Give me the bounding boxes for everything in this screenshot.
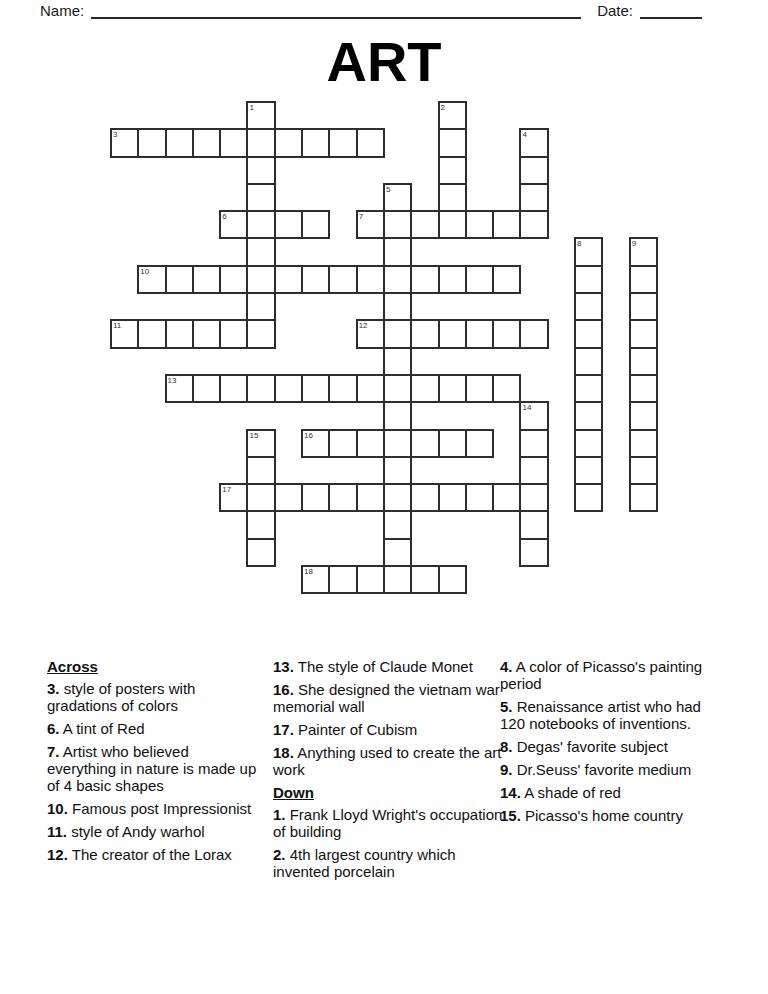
clue-number-label: 10. bbox=[47, 800, 68, 817]
crossword-cell[interactable] bbox=[384, 266, 411, 293]
clue-number: 1 bbox=[249, 103, 253, 112]
crossword-cell[interactable] bbox=[247, 157, 274, 184]
crossword-cell[interactable] bbox=[466, 375, 493, 402]
clue-number: 2 bbox=[441, 103, 445, 112]
crossword-cell[interactable] bbox=[275, 129, 302, 156]
crossword-cell[interactable] bbox=[439, 184, 466, 211]
crossword-cell[interactable] bbox=[166, 320, 193, 347]
crossword-cell[interactable] bbox=[466, 266, 493, 293]
clue-column-3: 4. A color of Picasso's painting period5… bbox=[500, 658, 720, 830]
clue-number-label: 14. bbox=[500, 784, 521, 801]
name-label: Name: bbox=[40, 3, 91, 19]
clue: 18. Anything used to create the art work bbox=[273, 744, 503, 778]
crossword-cell[interactable] bbox=[439, 320, 466, 347]
crossword-cell[interactable] bbox=[439, 129, 466, 156]
crossword-cell[interactable] bbox=[275, 266, 302, 293]
crossword-cell[interactable] bbox=[493, 375, 520, 402]
crossword-cell[interactable] bbox=[329, 129, 356, 156]
crossword-cell[interactable] bbox=[384, 484, 411, 511]
name-date-bar: Name: Date: bbox=[40, 1, 702, 19]
crossword-cell[interactable] bbox=[493, 211, 520, 238]
crossword-cell[interactable] bbox=[439, 375, 466, 402]
worksheet-page: Name: Date: ART 123456789101112131415161… bbox=[0, 0, 768, 994]
crossword-cell[interactable] bbox=[357, 129, 384, 156]
crossword-cell[interactable] bbox=[166, 129, 193, 156]
clue-column-2: 13. The style of Claude Monet16. She des… bbox=[273, 658, 503, 886]
crossword-cell[interactable]: 17 bbox=[220, 484, 247, 511]
crossword-cell[interactable]: 1 bbox=[247, 102, 274, 129]
crossword-cell[interactable] bbox=[520, 320, 547, 347]
clue: 2. 4th largest country which invented po… bbox=[273, 846, 503, 880]
crossword-cell[interactable]: 6 bbox=[220, 211, 247, 238]
crossword-cell[interactable] bbox=[630, 457, 657, 484]
clue-number-label: 2. bbox=[273, 846, 286, 863]
clue: 8. Degas' favorite subject bbox=[500, 738, 720, 755]
clue: 14. A shade of red bbox=[500, 784, 720, 801]
crossword-cell[interactable]: 16 bbox=[302, 430, 329, 457]
crossword-cell[interactable] bbox=[575, 430, 602, 457]
crossword-cell[interactable] bbox=[466, 484, 493, 511]
clue-number: 15 bbox=[249, 431, 258, 440]
crossword-cell[interactable] bbox=[357, 375, 384, 402]
crossword-cell[interactable]: 15 bbox=[247, 430, 274, 457]
crossword-cell[interactable] bbox=[439, 157, 466, 184]
clue-number: 17 bbox=[222, 485, 231, 494]
crossword-cell[interactable] bbox=[329, 430, 356, 457]
crossword-cell[interactable] bbox=[384, 511, 411, 538]
crossword-cell[interactable] bbox=[384, 211, 411, 238]
clue-number: 9 bbox=[632, 239, 636, 248]
crossword-cell[interactable] bbox=[247, 375, 274, 402]
crossword-cell[interactable] bbox=[302, 129, 329, 156]
crossword-cell[interactable] bbox=[247, 184, 274, 211]
clue-number: 6 bbox=[222, 212, 226, 221]
clue-number: 5 bbox=[386, 185, 390, 194]
crossword-cell[interactable] bbox=[302, 211, 329, 238]
crossword-cell[interactable] bbox=[329, 375, 356, 402]
crossword-cell[interactable] bbox=[575, 484, 602, 511]
crossword-cell[interactable]: 4 bbox=[520, 129, 547, 156]
crossword-cell[interactable] bbox=[493, 484, 520, 511]
crossword-cell[interactable] bbox=[630, 402, 657, 429]
crossword-cell[interactable] bbox=[575, 348, 602, 375]
crossword-cell[interactable] bbox=[166, 266, 193, 293]
crossword-cell[interactable] bbox=[520, 157, 547, 184]
crossword-cell[interactable]: 11 bbox=[111, 320, 138, 347]
clue-number: 16 bbox=[304, 431, 313, 440]
clue-number-label: 6. bbox=[47, 720, 60, 737]
clue-number-label: 1. bbox=[273, 806, 286, 823]
clue-number-label: 16. bbox=[273, 681, 294, 698]
crossword-cell[interactable] bbox=[575, 320, 602, 347]
clue-number-label: 17. bbox=[273, 721, 294, 738]
clue-number-label: 12. bbox=[47, 846, 68, 863]
page-title: ART bbox=[0, 33, 768, 91]
crossword-cell[interactable] bbox=[247, 320, 274, 347]
crossword-cell[interactable] bbox=[220, 375, 247, 402]
crossword-cell[interactable] bbox=[630, 266, 657, 293]
crossword-cell[interactable] bbox=[247, 266, 274, 293]
clue-number: 14 bbox=[522, 403, 531, 412]
crossword-cell[interactable] bbox=[520, 511, 547, 538]
name-input-line[interactable] bbox=[91, 4, 581, 19]
crossword-cell[interactable] bbox=[630, 348, 657, 375]
clue-number: 4 bbox=[522, 130, 526, 139]
crossword-cell[interactable] bbox=[411, 211, 438, 238]
crossword-cell[interactable] bbox=[630, 320, 657, 347]
clue-number-label: 13. bbox=[273, 658, 294, 675]
crossword-cell[interactable] bbox=[384, 457, 411, 484]
clue-number: 7 bbox=[359, 212, 363, 221]
clue-number-label: 11. bbox=[47, 823, 67, 840]
crossword-cell[interactable] bbox=[247, 511, 274, 538]
crossword-cell[interactable]: 10 bbox=[138, 266, 165, 293]
crossword-cell[interactable] bbox=[275, 211, 302, 238]
crossword-cell[interactable] bbox=[575, 375, 602, 402]
crossword-cell[interactable] bbox=[220, 266, 247, 293]
crossword-cell[interactable] bbox=[575, 457, 602, 484]
crossword-cell[interactable] bbox=[411, 430, 438, 457]
clue: 1. Frank Lloyd Wright's occupation of bu… bbox=[273, 806, 503, 840]
clue-number-label: 18. bbox=[273, 744, 294, 761]
crossword-cell[interactable] bbox=[193, 129, 220, 156]
crossword-cell[interactable] bbox=[384, 539, 411, 566]
crossword-cell[interactable] bbox=[329, 266, 356, 293]
clue-number-label: 8. bbox=[500, 738, 513, 755]
crossword-cell[interactable] bbox=[357, 266, 384, 293]
clue-number: 11 bbox=[113, 321, 121, 330]
clue: 5. Renaissance artist who had 120 notebo… bbox=[500, 698, 720, 732]
clue-number-label: 7. bbox=[47, 743, 60, 760]
crossword-cell[interactable] bbox=[220, 129, 247, 156]
crossword-cell[interactable] bbox=[575, 293, 602, 320]
crossword-cell[interactable] bbox=[247, 238, 274, 265]
crossword-cell[interactable] bbox=[520, 457, 547, 484]
clue: 13. The style of Claude Monet bbox=[273, 658, 503, 675]
crossword-cell[interactable] bbox=[439, 484, 466, 511]
crossword-cell[interactable] bbox=[384, 402, 411, 429]
crossword-cell[interactable] bbox=[520, 539, 547, 566]
crossword-cell[interactable] bbox=[193, 375, 220, 402]
crossword-cell[interactable] bbox=[247, 211, 274, 238]
crossword-cell[interactable] bbox=[384, 348, 411, 375]
crossword-cell[interactable] bbox=[247, 484, 274, 511]
crossword-cell[interactable] bbox=[220, 320, 247, 347]
crossword-cell[interactable] bbox=[384, 320, 411, 347]
crossword-cell[interactable] bbox=[466, 320, 493, 347]
crossword-cell[interactable]: 8 bbox=[575, 238, 602, 265]
clue: 4. A color of Picasso's painting period bbox=[500, 658, 720, 692]
crossword-cell[interactable] bbox=[439, 430, 466, 457]
clue-number: 10 bbox=[140, 267, 149, 276]
crossword-cell[interactable] bbox=[357, 566, 384, 593]
clue: 15. Picasso's home country bbox=[500, 807, 720, 824]
crossword-cell[interactable] bbox=[302, 375, 329, 402]
crossword-cell[interactable] bbox=[520, 484, 547, 511]
clue-number: 18 bbox=[304, 567, 313, 576]
clue: 7. Artist who believed everything in nat… bbox=[47, 743, 261, 794]
clue-number: 13 bbox=[168, 376, 177, 385]
crossword-cell[interactable] bbox=[329, 566, 356, 593]
clue: 9. Dr.Seuss' favorite medium bbox=[500, 761, 720, 778]
crossword-cell[interactable] bbox=[520, 184, 547, 211]
crossword-cell[interactable] bbox=[630, 430, 657, 457]
crossword-cell[interactable] bbox=[302, 484, 329, 511]
crossword-cell[interactable] bbox=[466, 211, 493, 238]
clue: 17. Painter of Cubism bbox=[273, 721, 503, 738]
crossword-cell[interactable] bbox=[329, 484, 356, 511]
crossword-cell[interactable] bbox=[247, 293, 274, 320]
crossword-cell[interactable] bbox=[520, 430, 547, 457]
date-input-line[interactable] bbox=[640, 4, 702, 19]
crossword-cell[interactable] bbox=[384, 293, 411, 320]
clue: 11. style of Andy warhol bbox=[47, 823, 261, 840]
clue-number-label: 5. bbox=[500, 698, 513, 715]
crossword-cell[interactable] bbox=[411, 320, 438, 347]
crossword-cell[interactable] bbox=[439, 566, 466, 593]
crossword-cell[interactable] bbox=[630, 484, 657, 511]
crossword-cell[interactable] bbox=[411, 566, 438, 593]
clue: 16. She designed the vietnam war memoria… bbox=[273, 681, 503, 715]
crossword-cell[interactable]: 13 bbox=[166, 375, 193, 402]
clue: 3. style of posters with gradations of c… bbox=[47, 680, 261, 714]
crossword-cell[interactable]: 3 bbox=[111, 129, 138, 156]
crossword-cell[interactable] bbox=[193, 266, 220, 293]
crossword-cell[interactable] bbox=[466, 430, 493, 457]
crossword-cell[interactable]: 7 bbox=[357, 211, 384, 238]
crossword-cell[interactable] bbox=[575, 402, 602, 429]
crossword-cell[interactable] bbox=[275, 484, 302, 511]
crossword-cell[interactable] bbox=[411, 375, 438, 402]
crossword-cell[interactable] bbox=[575, 266, 602, 293]
crossword-cell[interactable] bbox=[439, 211, 466, 238]
crossword-cell[interactable] bbox=[384, 430, 411, 457]
crossword-cell[interactable] bbox=[630, 293, 657, 320]
crossword-cell[interactable] bbox=[384, 375, 411, 402]
crossword-cell[interactable] bbox=[493, 266, 520, 293]
crossword-cell[interactable] bbox=[493, 320, 520, 347]
crossword-cell[interactable] bbox=[247, 457, 274, 484]
crossword-cell[interactable]: 2 bbox=[439, 102, 466, 129]
clue-number-label: 3. bbox=[47, 680, 60, 697]
crossword-cell[interactable] bbox=[138, 129, 165, 156]
crossword-cell[interactable] bbox=[384, 238, 411, 265]
clue-number-label: 9. bbox=[500, 761, 513, 778]
crossword-cell[interactable] bbox=[302, 266, 329, 293]
clue-section-header: Across bbox=[47, 658, 261, 675]
clue-number-label: 4. bbox=[500, 658, 513, 675]
crossword-cell[interactable] bbox=[384, 566, 411, 593]
crossword-cell[interactable] bbox=[247, 129, 274, 156]
clue: 6. A tint of Red bbox=[47, 720, 261, 737]
crossword-cell[interactable] bbox=[630, 375, 657, 402]
crossword-cell[interactable] bbox=[138, 320, 165, 347]
clue: 12. The creator of the Lorax bbox=[47, 846, 261, 863]
clue-section-header: Down bbox=[273, 784, 503, 801]
date-label: Date: bbox=[597, 3, 640, 19]
crossword-cell[interactable] bbox=[275, 375, 302, 402]
clue-number: 12 bbox=[359, 321, 368, 330]
crossword-cell[interactable] bbox=[439, 266, 466, 293]
crossword-cell[interactable] bbox=[193, 320, 220, 347]
clue-number: 8 bbox=[577, 239, 581, 248]
crossword-cell[interactable] bbox=[520, 211, 547, 238]
crossword-cell[interactable]: 5 bbox=[384, 184, 411, 211]
crossword-grid: 123456789101112131415161718 bbox=[111, 102, 657, 593]
crossword-cell[interactable]: 18 bbox=[302, 566, 329, 593]
crossword-cell[interactable] bbox=[411, 484, 438, 511]
clue-number: 3 bbox=[113, 130, 117, 139]
crossword-cell[interactable] bbox=[357, 484, 384, 511]
crossword-cell[interactable] bbox=[247, 539, 274, 566]
crossword-cell[interactable]: 9 bbox=[630, 238, 657, 265]
crossword-cell[interactable] bbox=[411, 266, 438, 293]
clue: 10. Famous post Impressionist bbox=[47, 800, 261, 817]
crossword-cell[interactable]: 12 bbox=[357, 320, 384, 347]
crossword-cell[interactable]: 14 bbox=[520, 402, 547, 429]
clue-column-1: Across3. style of posters with gradation… bbox=[47, 658, 261, 869]
clue-number-label: 15. bbox=[500, 807, 521, 824]
crossword-cell[interactable] bbox=[357, 430, 384, 457]
